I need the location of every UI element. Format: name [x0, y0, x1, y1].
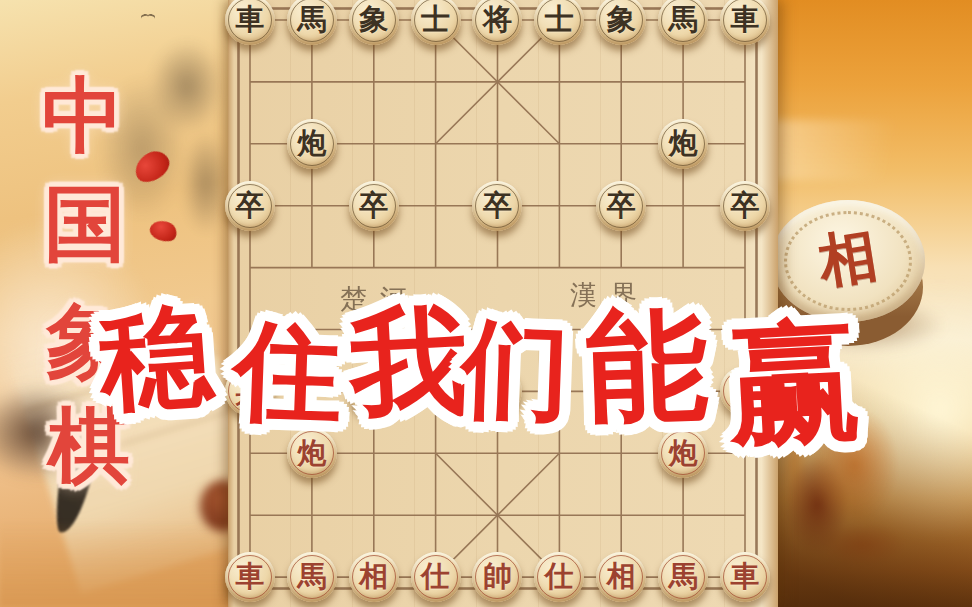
piece-black-卒[interactable]: 卒 [349, 181, 399, 231]
piece-glyph: 卒 [483, 191, 512, 220]
piece-glyph: 卒 [730, 191, 759, 220]
piece-glyph: 士 [421, 5, 450, 34]
piece-red-馬[interactable]: 馬 [658, 552, 708, 602]
slogan-char: 赢 [725, 313, 864, 452]
piece-black-馬[interactable]: 馬 [658, 0, 708, 45]
slogan-char: 稳 [96, 298, 216, 418]
piece-glyph: 車 [730, 5, 759, 34]
piece-glyph: 馬 [297, 5, 326, 34]
piece-glyph: 馬 [669, 562, 698, 591]
piece-red-炮[interactable]: 炮 [287, 428, 337, 478]
piece-glyph: 将 [483, 5, 512, 34]
slogan-char: 我 [347, 300, 471, 424]
piece-glyph: 炮 [297, 129, 326, 158]
screenshot-stage: 相 [0, 0, 972, 607]
slogan-char: 住 [232, 316, 344, 428]
piece-black-将[interactable]: 将 [472, 0, 522, 45]
piece-black-車[interactable]: 車 [225, 0, 275, 45]
warm-blur [0, 520, 235, 607]
piece-black-象[interactable]: 象 [349, 0, 399, 45]
piece-glyph: 車 [235, 5, 264, 34]
sky-streak [770, 120, 972, 180]
piece-glyph: 車 [235, 562, 264, 591]
piece-glyph: 卒 [235, 191, 264, 220]
piece-glyph: 相 [359, 562, 388, 591]
piece-glyph: 象 [607, 5, 636, 34]
title-char: 国 [44, 183, 126, 265]
piece-red-車[interactable]: 車 [720, 552, 770, 602]
slogan-char: 能 [584, 303, 710, 429]
piece-red-帥[interactable]: 帥 [472, 552, 522, 602]
piece-glyph: 車 [730, 562, 759, 591]
piece-black-車[interactable]: 車 [720, 0, 770, 45]
slogan-char: 们 [460, 314, 572, 426]
piece-glyph: 仕 [545, 562, 574, 591]
piece-black-卒[interactable]: 卒 [472, 181, 522, 231]
piece-black-卒[interactable]: 卒 [225, 181, 275, 231]
piece-black-炮[interactable]: 炮 [287, 119, 337, 169]
piece-glyph: 卒 [359, 191, 388, 220]
piece-black-炮[interactable]: 炮 [658, 119, 708, 169]
piece-glyph: 象 [359, 5, 388, 34]
piece-glyph: 帥 [483, 562, 512, 591]
piece-glyph: 相 [607, 562, 636, 591]
piece-red-車[interactable]: 車 [225, 552, 275, 602]
piece-red-馬[interactable]: 馬 [287, 552, 337, 602]
piece-red-仕[interactable]: 仕 [411, 552, 461, 602]
bird-silhouette-icon [141, 14, 155, 21]
piece-black-士[interactable]: 士 [534, 0, 584, 45]
title-char: 中 [42, 75, 124, 157]
piece-black-馬[interactable]: 馬 [287, 0, 337, 45]
piece-glyph: 馬 [669, 5, 698, 34]
piece-black-士[interactable]: 士 [411, 0, 461, 45]
piece-black-卒[interactable]: 卒 [720, 181, 770, 231]
piece-black-卒[interactable]: 卒 [596, 181, 646, 231]
piece-red-仕[interactable]: 仕 [534, 552, 584, 602]
piece-glyph: 炮 [297, 439, 326, 468]
piece-red-相[interactable]: 相 [596, 552, 646, 602]
piece-glyph: 卒 [607, 191, 636, 220]
piece-glyph: 炮 [669, 129, 698, 158]
piece-red-相[interactable]: 相 [349, 552, 399, 602]
piece-black-象[interactable]: 象 [596, 0, 646, 45]
piece-glyph: 炮 [669, 439, 698, 468]
piece-glyph: 仕 [421, 562, 450, 591]
piece-glyph: 馬 [297, 562, 326, 591]
piece-glyph: 士 [545, 5, 574, 34]
